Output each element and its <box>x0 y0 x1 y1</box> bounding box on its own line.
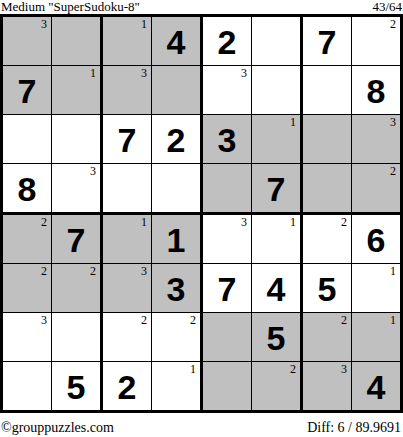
cell-value: 3 <box>218 121 237 157</box>
cell-r5c3[interactable]: 1 <box>103 215 152 264</box>
cell-r2c3[interactable]: 3 <box>103 66 152 115</box>
puzzle-page: Medium "SuperSudoku-8" 43/64 31427271338… <box>0 0 403 437</box>
cell-r6c3[interactable]: 3 <box>103 264 152 313</box>
cell-r3c4[interactable]: 2 <box>152 115 203 164</box>
cell-r6c6[interactable]: 4 <box>252 264 303 313</box>
cell-r6c1[interactable]: 2 <box>3 264 52 313</box>
cell-r5c1[interactable]: 2 <box>3 215 52 264</box>
cell-r3c6[interactable]: 1 <box>252 115 303 164</box>
header: Medium "SuperSudoku-8" 43/64 <box>0 0 403 14</box>
pencil-mark: 2 <box>141 314 147 327</box>
cell-r2c1[interactable]: 7 <box>3 66 52 115</box>
cell-r1c6[interactable] <box>252 17 303 66</box>
cell-r1c3[interactable]: 1 <box>103 17 152 66</box>
pencil-mark: 2 <box>341 314 347 327</box>
cell-r8c4[interactable]: 1 <box>152 362 203 410</box>
pencil-mark: 2 <box>41 265 47 278</box>
pencil-mark: 3 <box>41 314 47 327</box>
cell-r8c6[interactable]: 2 <box>252 362 303 410</box>
cell-r4c8[interactable]: 2 <box>352 164 400 215</box>
cell-r8c3[interactable]: 2 <box>103 362 152 410</box>
cell-value: 5 <box>318 270 337 306</box>
pencil-mark: 2 <box>390 165 396 178</box>
cell-r5c4[interactable]: 1 <box>152 215 203 264</box>
cell-value: 3 <box>167 270 186 306</box>
cell-r4c1[interactable]: 8 <box>3 164 52 215</box>
board-row-7: 322521 <box>3 313 400 362</box>
cell-r8c1[interactable] <box>3 362 52 410</box>
cell-r5c8[interactable]: 6 <box>352 215 400 264</box>
cell-r4c6[interactable]: 7 <box>252 164 303 215</box>
cell-value: 2 <box>118 368 137 404</box>
sudoku-board: 3142727133872313837227113126223374513225… <box>0 14 403 413</box>
cell-r2c7[interactable] <box>303 66 352 115</box>
pencil-mark: 3 <box>90 165 96 178</box>
pencil-mark: 1 <box>141 216 147 229</box>
cell-r2c2[interactable]: 1 <box>52 66 103 115</box>
cell-r5c6[interactable]: 1 <box>252 215 303 264</box>
cell-r1c8[interactable]: 2 <box>352 17 400 66</box>
pencil-mark: 1 <box>290 116 296 129</box>
board-row-1: 314272 <box>3 17 400 66</box>
cell-r1c4[interactable]: 4 <box>152 17 203 66</box>
pencil-mark: 2 <box>290 363 296 376</box>
cell-r7c1[interactable]: 3 <box>3 313 52 362</box>
pencil-mark: 2 <box>390 18 396 31</box>
cell-value: 7 <box>118 121 137 157</box>
cell-r7c6[interactable]: 5 <box>252 313 303 362</box>
pencil-mark: 1 <box>190 363 196 376</box>
pencil-mark: 3 <box>41 18 47 31</box>
remaining-counter: 43/64 <box>372 0 402 13</box>
cell-value: 5 <box>67 368 86 404</box>
cell-r7c5[interactable] <box>203 313 252 362</box>
cell-value: 4 <box>267 270 286 306</box>
cell-r1c1[interactable]: 3 <box>3 17 52 66</box>
cell-value: 6 <box>367 221 386 257</box>
cell-r2c8[interactable]: 8 <box>352 66 400 115</box>
cell-r4c7[interactable] <box>303 164 352 215</box>
board-row-8: 521234 <box>3 362 400 410</box>
copyright-text: ©grouppuzzles.com <box>1 420 114 436</box>
cell-value: 4 <box>167 23 186 59</box>
pencil-mark: 1 <box>390 314 396 327</box>
cell-r1c7[interactable]: 7 <box>303 17 352 66</box>
cell-r8c5[interactable] <box>203 362 252 410</box>
cell-value: 8 <box>18 170 37 206</box>
cell-r6c8[interactable]: 1 <box>352 264 400 313</box>
cell-value: 2 <box>218 23 237 59</box>
cell-r2c5[interactable]: 3 <box>203 66 252 115</box>
cell-r1c2[interactable] <box>52 17 103 66</box>
cell-value: 8 <box>367 72 386 108</box>
pencil-mark: 3 <box>341 363 347 376</box>
pencil-mark: 1 <box>290 216 296 229</box>
cell-r4c2[interactable]: 3 <box>52 164 103 215</box>
cell-r7c8[interactable]: 1 <box>352 313 400 362</box>
pencil-mark: 2 <box>341 216 347 229</box>
cell-r3c3[interactable]: 7 <box>103 115 152 164</box>
cell-value: 5 <box>267 319 286 355</box>
pencil-mark: 3 <box>241 67 247 80</box>
cell-value: 7 <box>18 72 37 108</box>
pencil-mark: 1 <box>141 18 147 31</box>
pencil-mark: 1 <box>90 67 96 80</box>
difficulty-text: Diff: 6 / 89.9691 <box>307 420 401 436</box>
footer: ©grouppuzzles.com Diff: 6 / 89.9691 <box>0 420 403 436</box>
cell-r6c4[interactable]: 3 <box>152 264 203 313</box>
cell-r3c2[interactable] <box>52 115 103 164</box>
cell-value: 7 <box>318 23 337 59</box>
cell-r5c5[interactable]: 3 <box>203 215 252 264</box>
pencil-mark: 3 <box>241 216 247 229</box>
cell-r4c3[interactable] <box>103 164 152 215</box>
cell-r2c4[interactable] <box>152 66 203 115</box>
board-row-3: 72313 <box>3 115 400 164</box>
cell-r6c7[interactable]: 5 <box>303 264 352 313</box>
cell-r3c8[interactable]: 3 <box>352 115 400 164</box>
pencil-mark: 2 <box>190 314 196 327</box>
cell-r3c1[interactable] <box>3 115 52 164</box>
cell-r4c5[interactable] <box>203 164 252 215</box>
pencil-mark: 2 <box>41 216 47 229</box>
cell-r1c5[interactable]: 2 <box>203 17 252 66</box>
cell-value: 2 <box>167 121 186 157</box>
cell-r3c7[interactable] <box>303 115 352 164</box>
cell-r7c3[interactable]: 2 <box>103 313 152 362</box>
board-row-6: 22337451 <box>3 264 400 313</box>
cell-value: 7 <box>67 221 86 257</box>
cell-r8c8[interactable]: 4 <box>352 362 400 410</box>
board-row-5: 27113126 <box>3 215 400 264</box>
cell-r8c7[interactable]: 3 <box>303 362 352 410</box>
cell-value: 4 <box>367 368 386 404</box>
board-row-4: 8372 <box>3 164 400 215</box>
cell-value: 7 <box>267 170 286 206</box>
pencil-mark: 3 <box>141 67 147 80</box>
board-row-2: 71338 <box>3 66 400 115</box>
cell-r6c2[interactable]: 2 <box>52 264 103 313</box>
cell-r5c7[interactable]: 2 <box>303 215 352 264</box>
cell-r2c6[interactable] <box>252 66 303 115</box>
puzzle-title: Medium "SuperSudoku-8" <box>1 0 140 13</box>
cell-r3c5[interactable]: 3 <box>203 115 252 164</box>
pencil-mark: 3 <box>141 265 147 278</box>
cell-r8c2[interactable]: 5 <box>52 362 103 410</box>
cell-r5c2[interactable]: 7 <box>52 215 103 264</box>
pencil-mark: 2 <box>90 265 96 278</box>
cell-r7c2[interactable] <box>52 313 103 362</box>
pencil-mark: 1 <box>390 265 396 278</box>
cell-r7c7[interactable]: 2 <box>303 313 352 362</box>
cell-r6c5[interactable]: 7 <box>203 264 252 313</box>
pencil-mark: 3 <box>390 116 396 129</box>
cell-value: 7 <box>218 270 237 306</box>
cell-r7c4[interactable]: 2 <box>152 313 203 362</box>
cell-r4c4[interactable] <box>152 164 203 215</box>
cell-value: 1 <box>167 221 186 257</box>
